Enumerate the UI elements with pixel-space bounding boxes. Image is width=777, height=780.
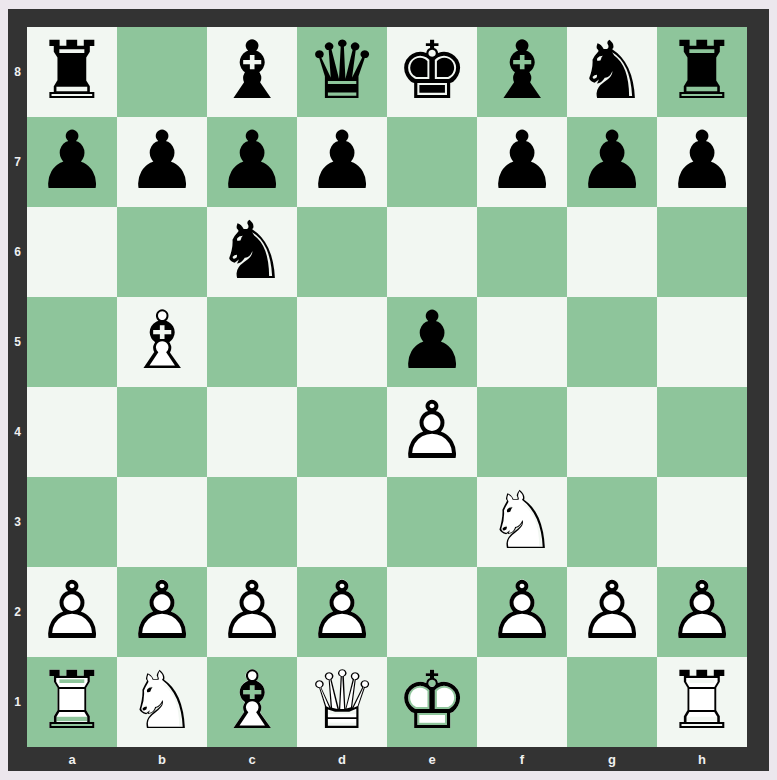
- piece-white-rook[interactable]: ♖: [657, 657, 747, 747]
- file-label-e: e: [387, 747, 477, 771]
- piece-white-pawn[interactable]: ♙: [27, 567, 117, 657]
- piece-white-pawn[interactable]: ♙: [387, 387, 477, 477]
- rank-label-1: 1: [8, 657, 27, 747]
- square-d6[interactable]: [297, 207, 387, 297]
- square-b6[interactable]: [117, 207, 207, 297]
- square-h8[interactable]: ♜: [657, 27, 747, 117]
- file-label-b: b: [117, 747, 207, 771]
- file-label-c: c: [207, 747, 297, 771]
- square-b1[interactable]: ♞♘: [117, 657, 207, 747]
- rank-label-5: 5: [8, 297, 27, 387]
- rank-label-2: 2: [8, 567, 27, 657]
- square-g8[interactable]: ♞: [567, 27, 657, 117]
- piece-white-pawn[interactable]: ♙: [567, 567, 657, 657]
- square-b7[interactable]: ♟: [117, 117, 207, 207]
- square-h5[interactable]: [657, 297, 747, 387]
- square-f7[interactable]: ♟: [477, 117, 567, 207]
- piece-white-pawn[interactable]: ♙: [297, 567, 387, 657]
- file-label-d: d: [297, 747, 387, 771]
- square-e3[interactable]: [387, 477, 477, 567]
- square-c2[interactable]: ♟♙: [207, 567, 297, 657]
- chessboard: ♜♝♛♚♝♞♜♟♟♟♟♟♟♟♞♝♗♟♟♙♞♘♟♙♟♙♟♙♟♙♟♙♟♙♟♙♜♖♞♘…: [27, 27, 747, 747]
- square-h2[interactable]: ♟♙: [657, 567, 747, 657]
- square-b3[interactable]: [117, 477, 207, 567]
- square-c6[interactable]: ♞: [207, 207, 297, 297]
- square-a6[interactable]: [27, 207, 117, 297]
- square-c7[interactable]: ♟: [207, 117, 297, 207]
- piece-white-knight[interactable]: ♘: [477, 477, 567, 567]
- file-label-g: g: [567, 747, 657, 771]
- piece-black-pawn[interactable]: ♟: [117, 117, 207, 207]
- square-b2[interactable]: ♟♙: [117, 567, 207, 657]
- square-d7[interactable]: ♟: [297, 117, 387, 207]
- square-h7[interactable]: ♟: [657, 117, 747, 207]
- square-c3[interactable]: [207, 477, 297, 567]
- piece-black-pawn[interactable]: ♟: [567, 117, 657, 207]
- square-d2[interactable]: ♟♙: [297, 567, 387, 657]
- piece-black-knight[interactable]: ♞: [207, 207, 297, 297]
- square-e1[interactable]: ♚♔: [387, 657, 477, 747]
- chessboard-frame: 87654321 ♜♝♛♚♝♞♜♟♟♟♟♟♟♟♞♝♗♟♟♙♞♘♟♙♟♙♟♙♟♙♟…: [8, 9, 769, 771]
- square-f8[interactable]: ♝: [477, 27, 567, 117]
- square-f2[interactable]: ♟♙: [477, 567, 567, 657]
- square-f3[interactable]: ♞♘: [477, 477, 567, 567]
- square-e2[interactable]: [387, 567, 477, 657]
- piece-black-pawn[interactable]: ♟: [207, 117, 297, 207]
- piece-white-knight[interactable]: ♘: [117, 657, 207, 747]
- file-labels: abcdefgh: [27, 747, 747, 771]
- square-b5[interactable]: ♝♗: [117, 297, 207, 387]
- square-a5[interactable]: [27, 297, 117, 387]
- piece-black-king[interactable]: ♚: [387, 27, 477, 117]
- square-g5[interactable]: [567, 297, 657, 387]
- rank-label-6: 6: [8, 207, 27, 297]
- square-e5[interactable]: ♟: [387, 297, 477, 387]
- square-g2[interactable]: ♟♙: [567, 567, 657, 657]
- piece-black-pawn[interactable]: ♟: [477, 117, 567, 207]
- square-b4[interactable]: [117, 387, 207, 477]
- square-c4[interactable]: [207, 387, 297, 477]
- square-f4[interactable]: [477, 387, 567, 477]
- piece-white-pawn[interactable]: ♙: [117, 567, 207, 657]
- piece-black-pawn[interactable]: ♟: [657, 117, 747, 207]
- piece-white-pawn[interactable]: ♙: [657, 567, 747, 657]
- piece-black-pawn[interactable]: ♟: [27, 117, 117, 207]
- rank-label-3: 3: [8, 477, 27, 567]
- square-f1[interactable]: [477, 657, 567, 747]
- square-c5[interactable]: [207, 297, 297, 387]
- rank-label-4: 4: [8, 387, 27, 477]
- rank-label-7: 7: [8, 117, 27, 207]
- piece-white-queen[interactable]: ♕: [297, 657, 387, 747]
- piece-white-bishop[interactable]: ♗: [207, 657, 297, 747]
- square-d5[interactable]: [297, 297, 387, 387]
- square-e8[interactable]: ♚: [387, 27, 477, 117]
- square-c1[interactable]: ♝♗: [207, 657, 297, 747]
- piece-white-pawn[interactable]: ♙: [477, 567, 567, 657]
- square-h3[interactable]: [657, 477, 747, 567]
- square-g7[interactable]: ♟: [567, 117, 657, 207]
- square-a2[interactable]: ♟♙: [27, 567, 117, 657]
- rank-labels: 87654321: [8, 27, 27, 747]
- square-a1[interactable]: ♜♖: [27, 657, 117, 747]
- square-a4[interactable]: [27, 387, 117, 477]
- square-g1[interactable]: [567, 657, 657, 747]
- piece-black-queen[interactable]: ♛: [297, 27, 387, 117]
- square-a7[interactable]: ♟: [27, 117, 117, 207]
- square-f5[interactable]: [477, 297, 567, 387]
- square-d1[interactable]: ♛♕: [297, 657, 387, 747]
- piece-black-bishop[interactable]: ♝: [207, 27, 297, 117]
- piece-white-king[interactable]: ♔: [387, 657, 477, 747]
- piece-black-knight[interactable]: ♞: [567, 27, 657, 117]
- file-label-a: a: [27, 747, 117, 771]
- piece-black-pawn[interactable]: ♟: [297, 117, 387, 207]
- square-c8[interactable]: ♝: [207, 27, 297, 117]
- square-a8[interactable]: ♜: [27, 27, 117, 117]
- piece-black-pawn[interactable]: ♟: [387, 297, 477, 387]
- square-f6[interactable]: [477, 207, 567, 297]
- square-h1[interactable]: ♜♖: [657, 657, 747, 747]
- square-e4[interactable]: ♟♙: [387, 387, 477, 477]
- piece-white-bishop[interactable]: ♗: [117, 297, 207, 387]
- square-g6[interactable]: [567, 207, 657, 297]
- file-label-h: h: [657, 747, 747, 771]
- piece-white-rook[interactable]: ♖: [27, 657, 117, 747]
- square-b8[interactable]: [117, 27, 207, 117]
- square-e7[interactable]: [387, 117, 477, 207]
- rank-label-8: 8: [8, 27, 27, 117]
- file-label-f: f: [477, 747, 567, 771]
- square-d8[interactable]: ♛: [297, 27, 387, 117]
- piece-black-rook[interactable]: ♜: [657, 27, 747, 117]
- piece-black-rook[interactable]: ♜: [27, 27, 117, 117]
- piece-white-pawn[interactable]: ♙: [207, 567, 297, 657]
- square-d3[interactable]: [297, 477, 387, 567]
- piece-black-bishop[interactable]: ♝: [477, 27, 567, 117]
- square-g3[interactable]: [567, 477, 657, 567]
- square-h4[interactable]: [657, 387, 747, 477]
- square-e6[interactable]: [387, 207, 477, 297]
- square-d4[interactable]: [297, 387, 387, 477]
- square-h6[interactable]: [657, 207, 747, 297]
- square-a3[interactable]: [27, 477, 117, 567]
- square-g4[interactable]: [567, 387, 657, 477]
